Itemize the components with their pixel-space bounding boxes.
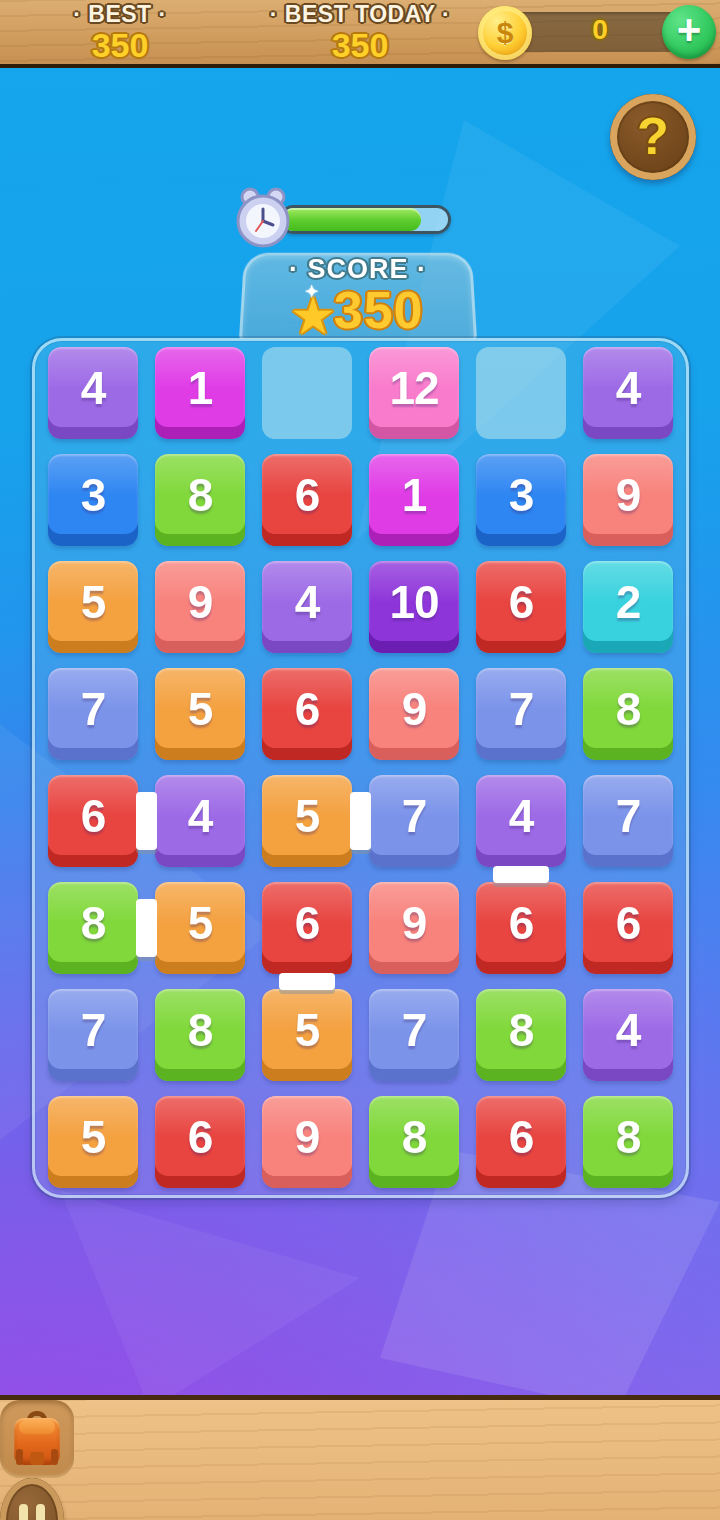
tile-8[interactable]: 8	[369, 1096, 459, 1188]
tile-4[interactable]: 4	[262, 561, 352, 653]
best-today-label: · BEST TODAY ·	[255, 3, 465, 26]
score-panel: · SCORE · ★350 ✦	[239, 248, 477, 339]
pause-icon	[19, 1504, 28, 1520]
tile-4[interactable]: 4	[155, 775, 245, 867]
tile-8[interactable]: 8	[155, 989, 245, 1081]
tile-number: 9	[402, 896, 427, 950]
tile-9[interactable]: 9	[369, 882, 459, 974]
tile-number: 1	[402, 468, 427, 522]
tile-6[interactable]: 6	[262, 454, 352, 546]
tile-number: 9	[616, 468, 641, 522]
merge-connector	[350, 792, 371, 850]
tile-6[interactable]: 6	[155, 1096, 245, 1188]
tile-number: 7	[509, 682, 534, 736]
tile-number: 4	[616, 361, 641, 415]
tile-5[interactable]: 5	[262, 989, 352, 1081]
tile-7[interactable]: 7	[48, 668, 138, 760]
tile-2[interactable]: 2	[583, 561, 673, 653]
tile-6[interactable]: 6	[48, 775, 138, 867]
tile-number: 8	[81, 896, 106, 950]
board-grid: 4112438613959410627569786457478569667857…	[48, 347, 673, 1188]
merge-connector	[136, 792, 157, 850]
tile-number: 6	[509, 896, 534, 950]
best-label: · BEST ·	[40, 3, 200, 26]
tile-number: 6	[295, 468, 320, 522]
tile-number: 9	[295, 1110, 320, 1164]
tile-number: 5	[188, 682, 213, 736]
tile-1[interactable]: 1	[155, 347, 245, 439]
tile-3[interactable]: 3	[476, 454, 566, 546]
tile-7[interactable]: 7	[476, 668, 566, 760]
tile-7[interactable]: 7	[369, 989, 459, 1081]
best-today-value: 350	[255, 28, 465, 62]
tile-number: 7	[616, 789, 641, 843]
tile-number: 4	[295, 575, 320, 629]
help-button[interactable]: ?	[610, 94, 696, 180]
backpack-icon	[14, 1411, 60, 1467]
merge-connector	[136, 899, 157, 957]
tile-8[interactable]: 8	[583, 668, 673, 760]
tile-number: 8	[188, 468, 213, 522]
timer-bar	[279, 205, 451, 234]
tile-6[interactable]: 6	[262, 668, 352, 760]
tile-number: 4	[81, 361, 106, 415]
tile-number: 5	[295, 789, 320, 843]
tile-number: 6	[509, 1110, 534, 1164]
tile-8[interactable]: 8	[476, 989, 566, 1081]
tile-5[interactable]: 5	[48, 1096, 138, 1188]
background-facet	[60, 1190, 360, 1410]
tile-6[interactable]: 6	[476, 561, 566, 653]
tile-number: 6	[295, 896, 320, 950]
score-value: 350	[334, 281, 424, 339]
tile-6[interactable]: 6	[583, 882, 673, 974]
tile-6[interactable]: 6	[476, 1096, 566, 1188]
tile-number: 12	[389, 361, 438, 415]
tile-8[interactable]: 8	[48, 882, 138, 974]
tile-6[interactable]: 6	[476, 882, 566, 974]
tile-12[interactable]: 12	[369, 347, 459, 439]
tile-number: 8	[509, 1003, 534, 1057]
tile-number: 1	[188, 361, 213, 415]
tile-number: 5	[81, 575, 106, 629]
coin-count: 0	[560, 14, 640, 46]
question-mark-icon: ?	[637, 106, 669, 166]
tile-number: 4	[509, 789, 534, 843]
tile-6[interactable]: 6	[262, 882, 352, 974]
pause-icon	[36, 1504, 45, 1520]
best-score-stat: · BEST · 350	[40, 3, 200, 62]
tile-4[interactable]: 4	[583, 989, 673, 1081]
tile-7[interactable]: 7	[583, 775, 673, 867]
tile-10[interactable]: 10	[369, 561, 459, 653]
tile-8[interactable]: 8	[583, 1096, 673, 1188]
tile-number: 8	[616, 1110, 641, 1164]
tile-number: 2	[616, 575, 641, 629]
tile-9[interactable]: 9	[155, 561, 245, 653]
game-screen: · BEST · 350 · BEST TODAY · 350 0 $ + ? …	[0, 0, 720, 1520]
best-value: 350	[40, 28, 200, 62]
tile-9[interactable]: 9	[262, 1096, 352, 1188]
tile-5[interactable]: 5	[155, 882, 245, 974]
tile-number: 7	[402, 1003, 427, 1057]
tile-number: 6	[616, 896, 641, 950]
game-board: 4112438613959410627569786457478569667857…	[32, 338, 689, 1198]
tile-number: 7	[81, 682, 106, 736]
tile-1[interactable]: 1	[369, 454, 459, 546]
tile-number: 9	[402, 682, 427, 736]
tile-number: 3	[509, 468, 534, 522]
pause-button[interactable]	[0, 1478, 64, 1520]
tile-number: 7	[402, 789, 427, 843]
plus-icon: +	[677, 9, 702, 51]
coin-icon: $	[478, 6, 532, 60]
tile-number: 9	[188, 575, 213, 629]
tile-number: 6	[81, 789, 106, 843]
best-today-stat: · BEST TODAY · 350	[255, 3, 465, 62]
top-bar: · BEST · 350 · BEST TODAY · 350 0 $ +	[0, 0, 720, 68]
bottom-bar	[0, 1395, 720, 1520]
tile-number: 7	[81, 1003, 106, 1057]
tile-number: 10	[389, 575, 438, 629]
empty-cell	[262, 347, 352, 439]
alarm-clock-icon	[231, 186, 297, 252]
tile-9[interactable]: 9	[369, 668, 459, 760]
score-row: ★350 ✦	[239, 280, 477, 343]
tile-number: 4	[188, 789, 213, 843]
tile-8[interactable]: 8	[155, 454, 245, 546]
sparkle-icon: ✦	[305, 282, 318, 301]
tile-4[interactable]: 4	[48, 347, 138, 439]
tile-number: 6	[188, 1110, 213, 1164]
inventory-button[interactable]	[0, 1400, 74, 1478]
tile-3[interactable]: 3	[48, 454, 138, 546]
empty-cell	[476, 347, 566, 439]
tile-7[interactable]: 7	[369, 775, 459, 867]
tile-number: 5	[188, 896, 213, 950]
dollar-sign: $	[497, 16, 514, 50]
tile-number: 5	[295, 1003, 320, 1057]
tile-4[interactable]: 4	[476, 775, 566, 867]
tile-number: 8	[402, 1110, 427, 1164]
tile-7[interactable]: 7	[48, 989, 138, 1081]
tile-number: 4	[616, 1003, 641, 1057]
tile-number: 3	[81, 468, 106, 522]
timer-fill	[282, 208, 421, 231]
tile-5[interactable]: 5	[155, 668, 245, 760]
tile-number: 6	[295, 682, 320, 736]
tile-number: 8	[188, 1003, 213, 1057]
tile-4[interactable]: 4	[583, 347, 673, 439]
tile-number: 6	[509, 575, 534, 629]
tile-5[interactable]: 5	[48, 561, 138, 653]
tile-5[interactable]: 5	[262, 775, 352, 867]
merge-connector	[279, 973, 335, 990]
add-coins-button[interactable]: +	[662, 5, 716, 59]
tile-9[interactable]: 9	[583, 454, 673, 546]
merge-connector	[493, 866, 549, 883]
tile-number: 8	[616, 682, 641, 736]
tile-number: 5	[81, 1110, 106, 1164]
